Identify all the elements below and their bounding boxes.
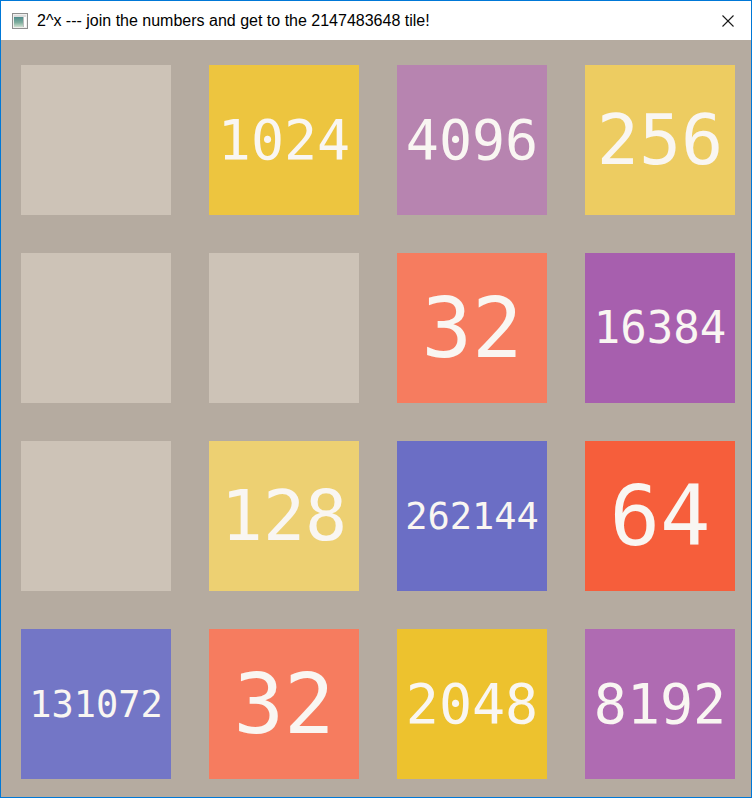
tile-32: 32 xyxy=(209,629,359,779)
tile-128: 128 xyxy=(209,441,359,591)
app-window: 2^x --- join the numbers and get to the … xyxy=(0,0,752,798)
empty-cell xyxy=(209,253,359,403)
app-icon[interactable] xyxy=(12,13,28,29)
app-icon-scrollbar-part xyxy=(23,17,26,27)
tile-4096: 4096 xyxy=(397,65,547,215)
empty-cell xyxy=(21,441,171,591)
title-bar[interactable]: 2^x --- join the numbers and get to the … xyxy=(1,1,751,40)
tile-131072: 131072 xyxy=(21,629,171,779)
empty-cell xyxy=(21,65,171,215)
tile-256: 256 xyxy=(585,65,735,215)
tile-2048: 2048 xyxy=(397,629,547,779)
tile-64: 64 xyxy=(585,441,735,591)
tile-32: 32 xyxy=(397,253,547,403)
tile-262144: 262144 xyxy=(397,441,547,591)
close-button[interactable] xyxy=(705,1,751,40)
close-icon xyxy=(721,14,735,28)
tile-1024: 1024 xyxy=(209,65,359,215)
empty-cell xyxy=(21,253,171,403)
app-icon-canvas-part xyxy=(14,17,23,27)
tile-8192: 8192 xyxy=(585,629,735,779)
window-title: 2^x --- join the numbers and get to the … xyxy=(37,12,430,30)
board[interactable]: 1024409625632163841282621446413107232204… xyxy=(1,40,751,798)
tile-16384: 16384 xyxy=(585,253,735,403)
